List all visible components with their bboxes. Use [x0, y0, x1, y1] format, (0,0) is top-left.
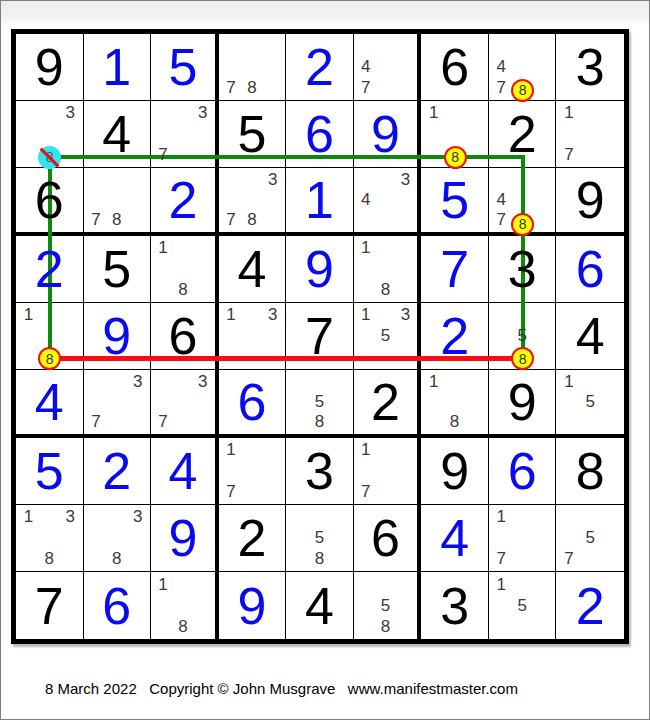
- candidate-1: 1: [153, 574, 173, 595]
- cell-r6c7[interactable]: 18: [421, 370, 489, 438]
- candidates: 58: [286, 505, 353, 571]
- cell-r6c2[interactable]: 37: [84, 370, 152, 438]
- top-bar: [1, 1, 649, 24]
- candidate-5: 5: [512, 326, 533, 347]
- cell-r4c9[interactable]: 6: [556, 236, 624, 303]
- cell-r2c9[interactable]: 17: [556, 101, 624, 168]
- candidate-5: 5: [376, 326, 396, 347]
- candidates: 17: [556, 101, 624, 167]
- candidate-8: 8: [512, 210, 533, 230]
- cell-r4c4[interactable]: 4: [219, 236, 287, 303]
- cell-r2c5[interactable]: 6: [286, 101, 354, 168]
- candidate-8: 8: [39, 346, 60, 367]
- solved-digit: 9: [168, 512, 197, 564]
- cell-r8c3[interactable]: 9: [151, 505, 219, 572]
- cell-r1c7[interactable]: 6: [421, 34, 489, 101]
- candidate-1: 1: [356, 238, 376, 259]
- candidate-3: 3: [127, 507, 148, 528]
- candidates: 47: [354, 34, 418, 100]
- candidate-4: 4: [356, 57, 376, 78]
- candidate-3: 3: [127, 372, 148, 392]
- cell-r4c7[interactable]: 7: [421, 236, 489, 303]
- solved-digit: 9: [102, 310, 131, 362]
- cell-r3c7[interactable]: 5: [421, 168, 489, 236]
- candidate-7: 7: [86, 210, 107, 230]
- candidates: 478: [489, 168, 556, 232]
- candidate-1: 1: [558, 103, 579, 124]
- given-digit: 8: [576, 445, 605, 497]
- candidates: 18: [354, 236, 418, 302]
- solved-digit: 2: [305, 41, 334, 93]
- cell-r1c6[interactable]: 47: [354, 34, 422, 101]
- solved-digit: 6: [102, 580, 131, 632]
- given-digit: 7: [305, 310, 334, 362]
- solved-digit: 6: [508, 445, 537, 497]
- given-digit: 4: [305, 580, 334, 632]
- solved-digit: 6: [237, 376, 266, 428]
- footer-text: 8 March 2022 Copyright © John Musgrave w…: [45, 680, 518, 697]
- candidates: 18: [151, 572, 215, 639]
- cell-r5c5[interactable]: 7: [286, 303, 354, 370]
- solved-digit: 9: [237, 580, 266, 632]
- cell-r1c9[interactable]: 3: [556, 34, 624, 101]
- solved-digit: 1: [305, 174, 334, 226]
- given-digit: 3: [576, 41, 605, 93]
- cell-r8c9[interactable]: 57: [556, 505, 624, 572]
- candidate-3: 3: [193, 103, 213, 124]
- candidate-8: 8: [106, 548, 127, 569]
- solved-digit: 6: [576, 243, 605, 295]
- cell-r5c2[interactable]: 9: [84, 303, 152, 370]
- cell-r7c8[interactable]: 6: [489, 438, 557, 505]
- cell-r8c6[interactable]: 6: [354, 505, 422, 572]
- candidate-1: 1: [491, 507, 512, 528]
- given-digit: 4: [102, 108, 131, 160]
- candidate-7: 7: [356, 481, 376, 502]
- cell-r1c4[interactable]: 78: [219, 34, 287, 101]
- candidate-1: 1: [558, 372, 579, 392]
- cell-r9c8[interactable]: 15: [489, 572, 557, 639]
- candidates: 34: [354, 168, 418, 232]
- given-digit: 2: [371, 376, 400, 428]
- candidate-7: 7: [491, 548, 512, 569]
- candidates: 37: [151, 370, 215, 434]
- given-digit: 5: [102, 243, 131, 295]
- candidates: 17: [354, 438, 418, 504]
- cell-r4c2[interactable]: 5: [84, 236, 152, 303]
- cell-r2c4[interactable]: 5: [219, 101, 287, 168]
- candidates: 18: [16, 303, 83, 369]
- cell-r2c8[interactable]: 2: [489, 101, 557, 168]
- candidate-8: 8: [444, 144, 465, 165]
- candidate-5: 5: [376, 595, 396, 616]
- candidate-4: 4: [491, 190, 512, 210]
- candidates: 38: [84, 505, 151, 571]
- cell-r8c4[interactable]: 2: [219, 505, 287, 572]
- candidate-1: 1: [18, 507, 39, 528]
- candidate-3: 3: [395, 305, 415, 326]
- solved-digit: 5: [168, 41, 197, 93]
- candidate-8: 8: [106, 210, 127, 230]
- cell-r2c1[interactable]: 38: [16, 101, 84, 168]
- given-digit: 5: [237, 108, 266, 160]
- candidate-5: 5: [309, 528, 330, 549]
- candidate-3: 3: [395, 170, 415, 190]
- cell-r7c1[interactable]: 5: [16, 438, 84, 505]
- solved-digit: 7: [440, 243, 469, 295]
- cell-r5c7[interactable]: 2: [421, 303, 489, 370]
- candidate-1: 1: [221, 305, 242, 326]
- candidate-3: 3: [60, 507, 81, 528]
- cell-r1c2[interactable]: 1: [84, 34, 152, 101]
- candidate-7: 7: [491, 77, 512, 98]
- cell-r6c5[interactable]: 58: [286, 370, 354, 438]
- candidate-7: 7: [356, 77, 376, 98]
- candidates: 18: [151, 236, 215, 302]
- candidates: 58: [354, 572, 418, 639]
- candidates: 18: [421, 101, 488, 167]
- given-digit: 7: [35, 580, 64, 632]
- candidate-1: 1: [356, 305, 376, 326]
- candidate-8: 8: [309, 412, 330, 432]
- candidate-1: 1: [491, 574, 512, 595]
- candidate-1: 1: [18, 305, 39, 326]
- candidates: 378: [219, 168, 286, 232]
- candidate-7: 7: [221, 77, 242, 98]
- given-digit: 9: [576, 174, 605, 226]
- given-digit: 4: [237, 243, 266, 295]
- candidate-5: 5: [580, 528, 601, 549]
- given-digit: 2: [508, 108, 537, 160]
- given-digit: 4: [576, 310, 605, 362]
- candidate-7: 7: [221, 481, 242, 502]
- candidate-7: 7: [558, 548, 579, 569]
- solved-digit: 2: [102, 445, 131, 497]
- solved-digit: 1: [102, 41, 131, 93]
- solved-digit: 2: [440, 310, 469, 362]
- candidate-7: 7: [221, 210, 242, 230]
- cell-r9c6[interactable]: 58: [354, 572, 422, 639]
- given-digit: 6: [35, 174, 64, 226]
- candidate-5: 5: [512, 595, 533, 616]
- cell-r2c7[interactable]: 18: [421, 101, 489, 168]
- candidate-8: 8: [376, 616, 396, 637]
- cell-r1c3[interactable]: 5: [151, 34, 219, 101]
- given-digit: 9: [508, 376, 537, 428]
- cell-r5c6[interactable]: 135: [354, 303, 422, 370]
- candidates: 78: [84, 168, 151, 232]
- candidate-8: 8: [242, 210, 263, 230]
- candidates: 38: [16, 101, 83, 167]
- candidate-8: 8: [173, 279, 193, 300]
- solved-digit: 4: [168, 445, 197, 497]
- solved-digit: 5: [35, 445, 64, 497]
- given-digit: 2: [237, 512, 266, 564]
- cell-r4c5[interactable]: 9: [286, 236, 354, 303]
- cell-r6c9[interactable]: 15: [556, 370, 624, 438]
- cell-r7c2[interactable]: 2: [84, 438, 152, 505]
- cell-r8c5[interactable]: 58: [286, 505, 354, 572]
- candidates: 138: [16, 505, 83, 571]
- candidate-3: 3: [262, 170, 283, 190]
- cell-r6c6[interactable]: 2: [354, 370, 422, 438]
- candidates: 37: [84, 370, 151, 434]
- candidates: 17: [219, 438, 286, 504]
- cell-r8c8[interactable]: 17: [489, 505, 557, 572]
- cell-r4c1[interactable]: 2: [16, 236, 84, 303]
- candidates: 18: [421, 370, 488, 434]
- cell-r7c4[interactable]: 17: [219, 438, 287, 505]
- candidate-8: 8: [309, 548, 330, 569]
- candidates: 135: [354, 303, 418, 369]
- given-digit: 6: [168, 310, 197, 362]
- cell-r7c6[interactable]: 17: [354, 438, 422, 505]
- candidate-4: 4: [356, 190, 376, 210]
- cell-r3c2[interactable]: 78: [84, 168, 152, 236]
- solved-digit: 6: [305, 108, 334, 160]
- cell-r6c3[interactable]: 37: [151, 370, 219, 438]
- candidate-8: 8: [512, 346, 533, 367]
- candidates: 15: [556, 370, 624, 434]
- given-digit: 9: [440, 445, 469, 497]
- candidate-8: 8: [39, 144, 60, 165]
- cell-r3c9[interactable]: 9: [556, 168, 624, 236]
- candidate-1: 1: [423, 372, 444, 392]
- cell-r3c1[interactable]: 6: [16, 168, 84, 236]
- candidate-7: 7: [86, 412, 107, 432]
- solved-digit: 4: [440, 512, 469, 564]
- cell-r1c8[interactable]: 478: [489, 34, 557, 101]
- solved-digit: 4: [35, 376, 64, 428]
- cell-r9c7[interactable]: 3: [421, 572, 489, 639]
- candidate-3: 3: [60, 103, 81, 124]
- cell-r7c9[interactable]: 8: [556, 438, 624, 505]
- cell-r8c7[interactable]: 4: [421, 505, 489, 572]
- cell-r9c3[interactable]: 18: [151, 572, 219, 639]
- cell-r7c3[interactable]: 4: [151, 438, 219, 505]
- cell-r5c1[interactable]: 18: [16, 303, 84, 370]
- cell-r9c2[interactable]: 6: [84, 572, 152, 639]
- cell-r9c1[interactable]: 7: [16, 572, 84, 639]
- candidate-8: 8: [512, 77, 533, 98]
- cell-r2c3[interactable]: 37: [151, 101, 219, 168]
- given-digit: 3: [440, 580, 469, 632]
- cell-r5c8[interactable]: 58: [489, 303, 557, 370]
- candidate-7: 7: [153, 144, 173, 165]
- cell-r1c1[interactable]: 9: [16, 34, 84, 101]
- cell-r9c5[interactable]: 4: [286, 572, 354, 639]
- solved-digit: 2: [168, 174, 197, 226]
- cell-r3c6[interactable]: 34: [354, 168, 422, 236]
- cell-r7c7[interactable]: 9: [421, 438, 489, 505]
- solved-digit: 9: [305, 243, 334, 295]
- candidate-7: 7: [491, 210, 512, 230]
- solved-digit: 2: [576, 580, 605, 632]
- candidates: 13: [219, 303, 286, 369]
- candidate-1: 1: [423, 103, 444, 124]
- candidate-8: 8: [39, 548, 60, 569]
- cell-r6c4[interactable]: 6: [219, 370, 287, 438]
- candidates: 58: [286, 370, 353, 434]
- cell-r3c3[interactable]: 2: [151, 168, 219, 236]
- cell-r5c3[interactable]: 6: [151, 303, 219, 370]
- cell-r6c1[interactable]: 4: [16, 370, 84, 438]
- sudoku-board: 9157824764783384375691821767823781345478…: [11, 29, 629, 644]
- cell-r5c9[interactable]: 4: [556, 303, 624, 370]
- cell-r3c4[interactable]: 378: [219, 168, 287, 236]
- candidates: 78: [219, 34, 286, 100]
- given-digit: 3: [305, 445, 334, 497]
- candidate-1: 1: [153, 238, 173, 259]
- given-digit: 3: [508, 243, 537, 295]
- candidate-4: 4: [491, 57, 512, 78]
- cell-r9c4[interactable]: 9: [219, 572, 287, 639]
- solved-digit: 2: [35, 243, 64, 295]
- candidate-8: 8: [173, 616, 193, 637]
- cell-r4c3[interactable]: 18: [151, 236, 219, 303]
- candidate-1: 1: [356, 440, 376, 461]
- cell-r4c6[interactable]: 18: [354, 236, 422, 303]
- candidate-8: 8: [444, 412, 465, 432]
- candidate-5: 5: [309, 392, 330, 412]
- candidates: 57: [556, 505, 624, 571]
- candidate-1: 1: [221, 440, 242, 461]
- candidate-8: 8: [242, 77, 263, 98]
- cell-r6c8[interactable]: 9: [489, 370, 557, 438]
- candidate-7: 7: [153, 412, 173, 432]
- candidate-3: 3: [193, 372, 213, 392]
- cell-r2c2[interactable]: 4: [84, 101, 152, 168]
- given-digit: 9: [35, 41, 64, 93]
- cell-r7c5[interactable]: 3: [286, 438, 354, 505]
- cell-r8c2[interactable]: 38: [84, 505, 152, 572]
- cell-r5c4[interactable]: 13: [219, 303, 287, 370]
- candidate-7: 7: [558, 144, 579, 165]
- solved-digit: 9: [371, 108, 400, 160]
- candidates: 478: [489, 34, 556, 100]
- cell-r3c5[interactable]: 1: [286, 168, 354, 236]
- candidate-3: 3: [262, 305, 283, 326]
- given-digit: 6: [440, 41, 469, 93]
- cell-r8c1[interactable]: 138: [16, 505, 84, 572]
- cell-r3c8[interactable]: 478: [489, 168, 557, 236]
- candidates: 58: [489, 303, 556, 369]
- cell-r1c5[interactable]: 2: [286, 34, 354, 101]
- given-digit: 6: [371, 512, 400, 564]
- candidates: 15: [489, 572, 556, 639]
- candidates: 17: [489, 505, 556, 571]
- cell-r9c9[interactable]: 2: [556, 572, 624, 639]
- candidate-8: 8: [376, 279, 396, 300]
- cell-r4c8[interactable]: 3: [489, 236, 557, 303]
- candidate-5: 5: [580, 392, 601, 412]
- candidates: 37: [151, 101, 215, 167]
- solved-digit: 5: [440, 174, 469, 226]
- cell-r2c6[interactable]: 9: [354, 101, 422, 168]
- page: 9157824764783384375691821767823781345478…: [0, 0, 650, 720]
